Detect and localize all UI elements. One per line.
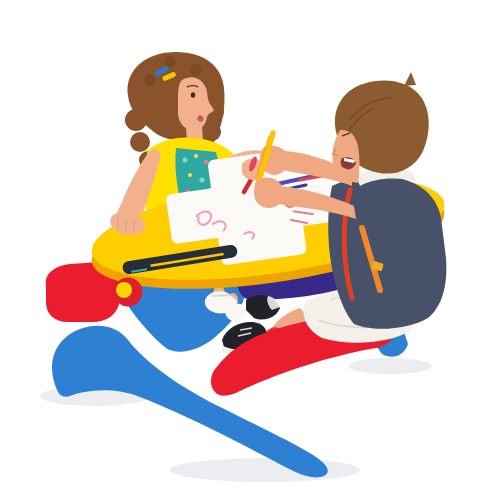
sandal-strap [212, 295, 230, 296]
hair-curl-shadow [144, 74, 156, 86]
shadow-right [348, 358, 432, 374]
product-photo-canvas [0, 0, 500, 500]
floral-dot [183, 158, 188, 163]
floral-dot [204, 160, 209, 165]
knob-center [116, 282, 132, 298]
shadow-center [170, 458, 360, 482]
hair-curl-shadow [164, 56, 176, 68]
girl-eye [191, 92, 195, 98]
floral-dot [188, 173, 192, 177]
hair-curl [130, 132, 150, 152]
hair-curl [203, 123, 221, 141]
product-photo [0, 0, 500, 500]
floral-dot [194, 154, 198, 158]
hair-curl-shadow [190, 64, 202, 76]
hair-curl [125, 109, 147, 131]
floral-dot [200, 178, 205, 183]
